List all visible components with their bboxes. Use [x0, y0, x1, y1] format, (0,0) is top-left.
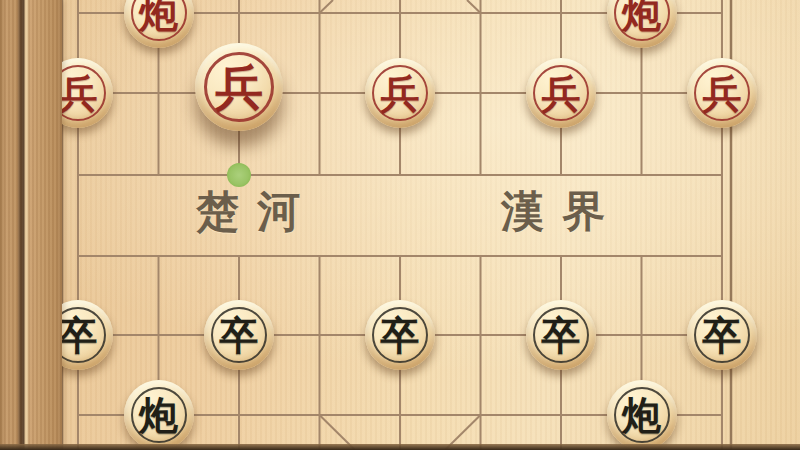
- xiangqi-board[interactable]: 楚河 漢界 炮炮兵兵兵兵兵卒卒卒卒卒炮炮: [0, 0, 800, 450]
- piece-red-soldier[interactable]: 兵: [365, 58, 435, 128]
- piece-character: 兵: [195, 43, 283, 131]
- piece-character: 炮: [607, 0, 677, 48]
- board-frame-right: [731, 0, 800, 450]
- piece-character: 兵: [365, 58, 435, 128]
- piece-character: 卒: [526, 300, 596, 370]
- piece-black-soldier[interactable]: 卒: [365, 300, 435, 370]
- piece-red-soldier[interactable]: 兵: [195, 43, 283, 131]
- piece-red-cannon[interactable]: 炮: [607, 0, 677, 48]
- piece-black-cannon[interactable]: 炮: [607, 380, 677, 450]
- piece-character: 兵: [526, 58, 596, 128]
- piece-character: 卒: [365, 300, 435, 370]
- piece-black-soldier[interactable]: 卒: [526, 300, 596, 370]
- piece-character: 卒: [204, 300, 274, 370]
- piece-black-soldier[interactable]: 卒: [204, 300, 274, 370]
- board-frame-bottom-edge: [0, 444, 800, 450]
- piece-character: 炮: [124, 0, 194, 48]
- river-label-left: 楚河: [196, 183, 318, 241]
- board-frame-left: [0, 0, 62, 450]
- piece-red-cannon[interactable]: 炮: [124, 0, 194, 48]
- piece-black-cannon[interactable]: 炮: [124, 380, 194, 450]
- piece-character: 炮: [607, 380, 677, 450]
- piece-character: 炮: [124, 380, 194, 450]
- river-label-right: 漢界: [501, 183, 623, 241]
- piece-red-soldier[interactable]: 兵: [526, 58, 596, 128]
- move-hint-dot[interactable]: [227, 163, 251, 187]
